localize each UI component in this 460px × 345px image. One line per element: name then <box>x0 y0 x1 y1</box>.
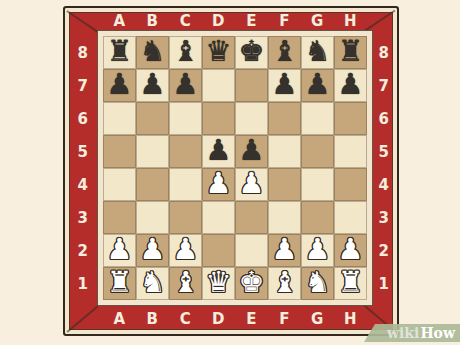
square-c1[interactable]: ♝ <box>169 267 202 300</box>
rank-label-left-5: 5 <box>69 135 97 168</box>
square-h3[interactable] <box>334 201 367 234</box>
file-labels-bottom: ABCDEFGH <box>103 307 367 331</box>
square-d7[interactable] <box>202 69 235 102</box>
square-f1[interactable]: ♝ <box>268 267 301 300</box>
white-knight-g1[interactable]: ♞ <box>305 268 331 297</box>
square-a6[interactable] <box>103 102 136 135</box>
square-a1[interactable]: ♜ <box>103 267 136 300</box>
square-a2[interactable]: ♟ <box>103 234 136 267</box>
black-pawn-g7[interactable]: ♟ <box>305 70 331 99</box>
square-b3[interactable] <box>136 201 169 234</box>
square-g5[interactable] <box>301 135 334 168</box>
wikihow-watermark-wiki: wiki <box>387 326 419 340</box>
file-label-bottom-d: D <box>202 307 235 331</box>
black-pawn-e5[interactable]: ♟ <box>239 136 265 165</box>
square-h7[interactable]: ♟ <box>334 69 367 102</box>
rank-label-right-3: 3 <box>370 201 398 234</box>
rank-label-right-7: 7 <box>370 69 398 102</box>
square-f2[interactable]: ♟ <box>268 234 301 267</box>
illustration-canvas: ABCDEFGH ABCDEFGH 87654321 87654321 ♜♞♝♛… <box>0 0 460 345</box>
square-h8[interactable]: ♜ <box>334 36 367 69</box>
file-label-bottom-e: E <box>235 307 268 331</box>
rank-label-left-3: 3 <box>69 201 97 234</box>
square-c5[interactable] <box>169 135 202 168</box>
square-c2[interactable]: ♟ <box>169 234 202 267</box>
black-queen-d8[interactable]: ♛ <box>206 37 232 66</box>
file-label-bottom-g: G <box>301 307 334 331</box>
square-e7[interactable] <box>235 69 268 102</box>
frame-miter-top-left <box>67 10 101 34</box>
rank-label-left-4: 4 <box>69 168 97 201</box>
black-pawn-b7[interactable]: ♟ <box>140 70 166 99</box>
white-pawn-c2[interactable]: ♟ <box>173 235 199 264</box>
square-h1[interactable]: ♜ <box>334 267 367 300</box>
square-a8[interactable]: ♜ <box>103 36 136 69</box>
square-g8[interactable]: ♞ <box>301 36 334 69</box>
square-c8[interactable]: ♝ <box>169 36 202 69</box>
square-b1[interactable]: ♞ <box>136 267 169 300</box>
black-bishop-f8[interactable]: ♝ <box>272 37 298 66</box>
square-g6[interactable] <box>301 102 334 135</box>
rank-label-right-4: 4 <box>370 168 398 201</box>
white-king-e1[interactable]: ♚ <box>239 268 265 297</box>
black-pawn-c7[interactable]: ♟ <box>173 70 199 99</box>
square-f7[interactable]: ♟ <box>268 69 301 102</box>
square-g7[interactable]: ♟ <box>301 69 334 102</box>
file-label-bottom-f: F <box>268 307 301 331</box>
square-d6[interactable] <box>202 102 235 135</box>
square-b2[interactable]: ♟ <box>136 234 169 267</box>
white-pawn-h2[interactable]: ♟ <box>338 235 364 264</box>
square-a4[interactable] <box>103 168 136 201</box>
black-pawn-f7[interactable]: ♟ <box>272 70 298 99</box>
rank-label-right-2: 2 <box>370 234 398 267</box>
chess-board-frame: ABCDEFGH ABCDEFGH 87654321 87654321 ♜♞♝♛… <box>63 6 399 336</box>
rank-label-left-1: 1 <box>69 267 97 300</box>
square-d2[interactable] <box>202 234 235 267</box>
black-pawn-a7[interactable]: ♟ <box>107 70 133 99</box>
square-e2[interactable] <box>235 234 268 267</box>
wikihow-watermark-how: How <box>420 326 455 340</box>
white-rook-a1[interactable]: ♜ <box>107 268 133 297</box>
square-g3[interactable] <box>301 201 334 234</box>
square-b8[interactable]: ♞ <box>136 36 169 69</box>
square-d1[interactable]: ♛ <box>202 267 235 300</box>
square-f5[interactable] <box>268 135 301 168</box>
white-pawn-d4[interactable]: ♟ <box>206 169 232 198</box>
black-knight-b8[interactable]: ♞ <box>140 37 166 66</box>
black-rook-h8[interactable]: ♜ <box>338 37 364 66</box>
black-bishop-c8[interactable]: ♝ <box>173 37 199 66</box>
rank-label-right-1: 1 <box>370 267 398 300</box>
square-d8[interactable]: ♛ <box>202 36 235 69</box>
black-pawn-h7[interactable]: ♟ <box>338 70 364 99</box>
square-f3[interactable] <box>268 201 301 234</box>
rank-label-left-8: 8 <box>69 36 97 69</box>
file-label-bottom-h: H <box>334 307 367 331</box>
white-bishop-c1[interactable]: ♝ <box>173 268 199 297</box>
square-a7[interactable]: ♟ <box>103 69 136 102</box>
white-bishop-f1[interactable]: ♝ <box>272 268 298 297</box>
black-pawn-d5[interactable]: ♟ <box>206 136 232 165</box>
square-a5[interactable] <box>103 135 136 168</box>
white-pawn-e4[interactable]: ♟ <box>239 169 265 198</box>
file-label-bottom-b: B <box>136 307 169 331</box>
square-b6[interactable] <box>136 102 169 135</box>
file-label-bottom-c: C <box>169 307 202 331</box>
square-h4[interactable] <box>334 168 367 201</box>
square-e6[interactable] <box>235 102 268 135</box>
white-queen-d1[interactable]: ♛ <box>206 268 232 297</box>
square-c3[interactable] <box>169 201 202 234</box>
square-f8[interactable]: ♝ <box>268 36 301 69</box>
white-knight-b1[interactable]: ♞ <box>140 268 166 297</box>
rank-label-left-7: 7 <box>69 69 97 102</box>
rank-labels-right: 87654321 <box>370 36 398 300</box>
white-pawn-g2[interactable]: ♟ <box>305 235 331 264</box>
square-e4[interactable]: ♟ <box>235 168 268 201</box>
square-d3[interactable] <box>202 201 235 234</box>
wikihow-watermark: wikiHow <box>364 324 460 342</box>
rank-label-left-6: 6 <box>69 102 97 135</box>
black-knight-g8[interactable]: ♞ <box>305 37 331 66</box>
square-c6[interactable] <box>169 102 202 135</box>
square-f6[interactable] <box>268 102 301 135</box>
white-pawn-f2[interactable]: ♟ <box>272 235 298 264</box>
black-king-e8[interactable]: ♚ <box>239 37 265 66</box>
white-pawn-b2[interactable]: ♟ <box>140 235 166 264</box>
squares-grid: ♜♞♝♛♚♝♞♜♟♟♟♟♟♟♟♟♟♟♟♟♟♟♟♟♜♞♝♛♚♝♞♜ <box>103 36 367 300</box>
rank-labels-left: 87654321 <box>69 36 97 300</box>
rank-label-left-2: 2 <box>69 234 97 267</box>
square-g2[interactable]: ♟ <box>301 234 334 267</box>
file-label-bottom-a: A <box>103 307 136 331</box>
square-d4[interactable]: ♟ <box>202 168 235 201</box>
rank-label-right-8: 8 <box>370 36 398 69</box>
square-g4[interactable] <box>301 168 334 201</box>
square-e5[interactable]: ♟ <box>235 135 268 168</box>
square-e1[interactable]: ♚ <box>235 267 268 300</box>
rank-label-right-5: 5 <box>370 135 398 168</box>
frame-miter-bottom-left <box>67 305 99 332</box>
square-e8[interactable]: ♚ <box>235 36 268 69</box>
square-b4[interactable] <box>136 168 169 201</box>
square-c4[interactable] <box>169 168 202 201</box>
white-rook-h1[interactable]: ♜ <box>338 268 364 297</box>
square-h2[interactable]: ♟ <box>334 234 367 267</box>
square-h5[interactable] <box>334 135 367 168</box>
white-pawn-a2[interactable]: ♟ <box>107 235 133 264</box>
rank-label-right-6: 6 <box>370 102 398 135</box>
square-e3[interactable] <box>235 201 268 234</box>
square-a3[interactable] <box>103 201 136 234</box>
square-c7[interactable]: ♟ <box>169 69 202 102</box>
black-rook-a8[interactable]: ♜ <box>107 37 133 66</box>
square-g1[interactable]: ♞ <box>301 267 334 300</box>
square-b7[interactable]: ♟ <box>136 69 169 102</box>
square-d5[interactable]: ♟ <box>202 135 235 168</box>
square-h6[interactable] <box>334 102 367 135</box>
square-f4[interactable] <box>268 168 301 201</box>
square-b5[interactable] <box>136 135 169 168</box>
